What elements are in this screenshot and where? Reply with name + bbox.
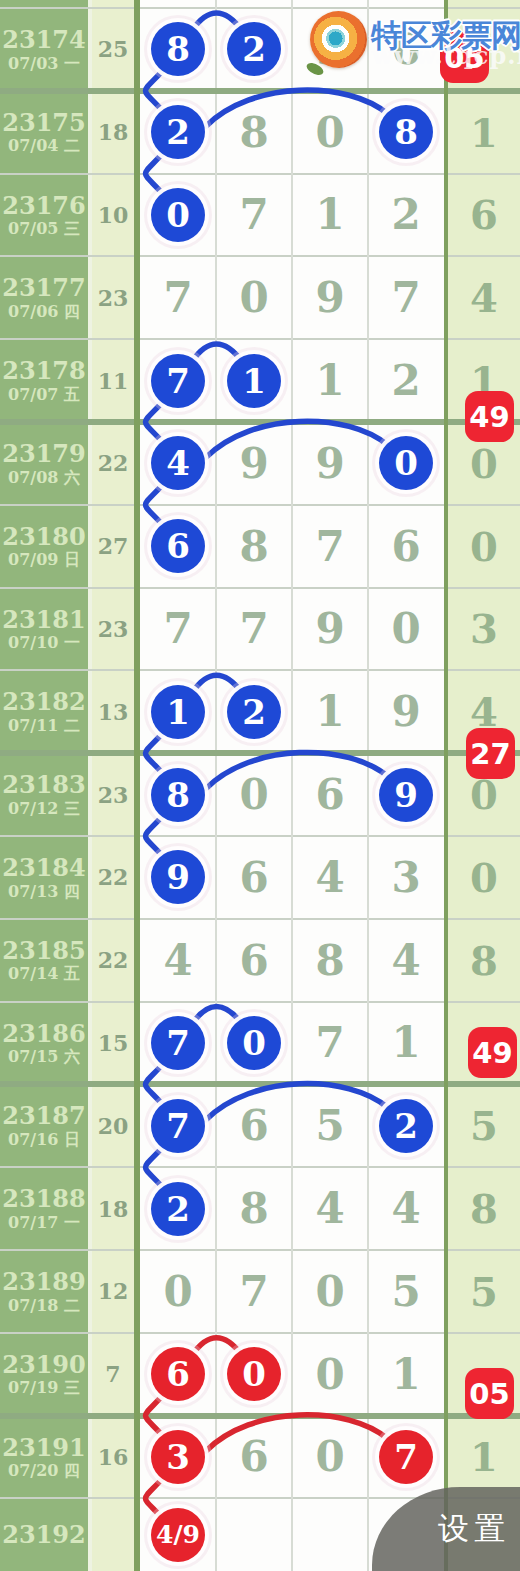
row-23182: 2318207/11 二1312194 (0, 670, 520, 753)
circled-digit: 2 (227, 685, 281, 739)
issue-cell: 2318007/09 日 (0, 505, 88, 588)
digit: 9 (315, 604, 344, 653)
digit: 4 (391, 936, 420, 985)
sum-cell: 15 (92, 1002, 134, 1085)
digit: 4 (163, 936, 192, 985)
digit-cell (216, 1498, 292, 1571)
issue-number: 23191 (2, 1434, 86, 1462)
issue-cell: 2317507/04 二 (0, 91, 88, 174)
digit: 6 (239, 1432, 268, 1481)
row-separator-line (0, 7, 520, 9)
digit-cell: 0 (292, 1416, 368, 1499)
digit: 1 (391, 1018, 420, 1067)
digit-cell: 6 (140, 1333, 216, 1416)
digit-cell: 6 (368, 505, 444, 588)
digit: 1 (315, 356, 344, 405)
digit-cell: 7 (140, 339, 216, 422)
sum-cell: 22 (92, 919, 134, 1002)
digit-cell: 8 (216, 505, 292, 588)
right-value-cell: 4 (448, 256, 520, 339)
digit: 4 (315, 853, 344, 902)
row-23177: 2317707/06 四2370974 (0, 256, 520, 339)
digit: 9 (315, 273, 344, 322)
digit-cell: 6 (140, 505, 216, 588)
right-value-cell: 5 (448, 1250, 520, 1333)
digit: 2 (391, 356, 420, 405)
draw-date: 07/14 五 (8, 964, 80, 983)
digit-cell: 2 (368, 1084, 444, 1167)
digit-cell: 7 (216, 1250, 292, 1333)
digit-cell: 3 (368, 836, 444, 919)
row-23188: 2318807/17 一1828448 (0, 1167, 520, 1250)
digit-cell: 7 (292, 1002, 368, 1085)
digit-cell: 7 (368, 1416, 444, 1499)
circled-digit: 1 (227, 354, 281, 408)
digit: 6 (239, 1101, 268, 1150)
digit-cell: 8 (140, 8, 216, 91)
draw-date: 07/12 三 (8, 799, 80, 818)
red-number-badge: 49 (465, 391, 514, 442)
digit: 4 (391, 1184, 420, 1233)
digit-cell: 8 (216, 1167, 292, 1250)
sum-cell: 23 (92, 256, 134, 339)
digit: 6 (391, 522, 420, 571)
circled-digit: 8 (151, 768, 205, 822)
digit: 7 (315, 522, 344, 571)
digit: 7 (163, 273, 192, 322)
issue-number: 23184 (2, 854, 86, 882)
group-separator-line (0, 88, 520, 94)
issue-cell: 2318107/10 一 (0, 588, 88, 671)
digit-cell: 2 (368, 174, 444, 257)
row-23186: 2318607/15 六157071 (0, 1002, 520, 1085)
digit: 7 (239, 190, 268, 239)
red-number-badge: 05 (440, 32, 489, 83)
digit-cell: 7 (140, 1084, 216, 1167)
circled-digit: 8 (379, 105, 433, 159)
digit-cell: 8 (292, 919, 368, 1002)
digit: 7 (239, 1267, 268, 1316)
draw-date: 07/19 三 (8, 1378, 80, 1397)
right-value-cell: 0 (448, 505, 520, 588)
digit: 7 (315, 1018, 344, 1067)
digit: 5 (391, 1267, 420, 1316)
group-separator-line (0, 1413, 520, 1419)
digit: 4 (315, 1184, 344, 1233)
draw-date: 07/13 四 (8, 882, 80, 901)
issue-number: 23190 (2, 1351, 86, 1379)
circled-digit: 0 (227, 1016, 281, 1070)
issue-number: 23179 (2, 440, 86, 468)
digit-cell: 9 (140, 836, 216, 919)
digit-cell: 9 (368, 670, 444, 753)
digit: 9 (239, 439, 268, 488)
digit-cell: 4 (368, 919, 444, 1002)
digit-cell: 0 (140, 174, 216, 257)
issue-cell: 2318907/18 二 (0, 1250, 88, 1333)
digit-cell: 0 (216, 1333, 292, 1416)
digit-cell: 6 (292, 753, 368, 836)
issue-cell: 2317407/03 一 (0, 8, 88, 91)
digit: 0 (391, 604, 420, 653)
grid-column-line (291, 0, 293, 1571)
right-value-cell: 1 (448, 91, 520, 174)
digit: 8 (239, 108, 268, 157)
red-number-badge: 05 (465, 1368, 514, 1419)
circled-digit: 4 (151, 436, 205, 490)
sum-cell: 22 (92, 422, 134, 505)
sum-cell: 16 (92, 1416, 134, 1499)
digit-cell: 7 (140, 588, 216, 671)
digit-cell: 7 (216, 588, 292, 671)
issue-cell: 2319007/19 三 (0, 1333, 88, 1416)
row-separator-line (0, 504, 520, 506)
row-separator-line (0, 1166, 520, 1168)
digit: 6 (391, 25, 420, 74)
issue-number: 23174 (2, 26, 86, 54)
issue-cell: 2318507/14 五 (0, 919, 88, 1002)
circled-digit: 6 (151, 519, 205, 573)
digit-cell: 2 (216, 8, 292, 91)
row-separator-line (0, 1249, 520, 1251)
row-23179: 2317907/08 六2249900 (0, 422, 520, 505)
digit-cell: 1 (368, 1002, 444, 1085)
sum-cell: 11 (92, 339, 134, 422)
row-23178: 2317807/07 五1171121 (0, 339, 520, 422)
digit: 9 (391, 687, 420, 736)
red-number-badge: 27 (466, 728, 515, 779)
row-separator-line (0, 255, 520, 257)
issue-cell: 2318207/11 二 (0, 670, 88, 753)
issue-cell: 2317707/06 四 (0, 256, 88, 339)
draw-date: 07/20 四 (8, 1461, 80, 1480)
issue-cell: 2318307/12 三 (0, 753, 88, 836)
digit-cell: 1 (292, 174, 368, 257)
right-value-cell: 5 (448, 1084, 520, 1167)
circled-digit: 7 (151, 1099, 205, 1153)
digit-cell: 3 (140, 1416, 216, 1499)
row-23175: 2317507/04 二1828081 (0, 91, 520, 174)
digit: 7 (239, 604, 268, 653)
draw-date: 07/06 四 (8, 302, 80, 321)
digit-cell: 4 (368, 1167, 444, 1250)
digit-cell: 0 (368, 422, 444, 505)
draw-date: 07/10 一 (8, 633, 80, 652)
digit: 7 (163, 604, 192, 653)
sum-cell: 18 (92, 1167, 134, 1250)
digit-cell: 9 (292, 8, 368, 91)
digit: 3 (391, 853, 420, 902)
right-value-cell: 0 (448, 836, 520, 919)
digit: 0 (315, 1432, 344, 1481)
digit: 0 (315, 108, 344, 157)
draw-date: 07/16 日 (8, 1130, 80, 1149)
digit: 8 (239, 522, 268, 571)
circled-digit: 4/9 (151, 1508, 205, 1562)
digit-cell: 9 (368, 753, 444, 836)
row-23184: 2318407/13 四2296430 (0, 836, 520, 919)
digit-cell: 0 (140, 1250, 216, 1333)
row-23181: 2318107/10 一2377903 (0, 588, 520, 671)
row-23189: 2318907/18 二1207055 (0, 1250, 520, 1333)
digit: 8 (239, 1184, 268, 1233)
row-separator-line (0, 918, 520, 920)
digit-cell: 6 (216, 836, 292, 919)
grid-left-border (134, 0, 140, 1571)
issue-number: 23176 (2, 192, 86, 220)
digit-cell: 2 (216, 670, 292, 753)
circled-digit: 2 (151, 1182, 205, 1236)
issue-number: 23185 (2, 937, 86, 965)
sum-cell: 23 (92, 588, 134, 671)
digit-cell: 7 (368, 256, 444, 339)
issue-number: 23181 (2, 606, 86, 634)
digit-cell: 2 (368, 339, 444, 422)
digit-cell (292, 1498, 368, 1571)
digit-cell: 4 (140, 919, 216, 1002)
right-value-cell: 6 (448, 174, 520, 257)
circled-digit: 0 (151, 188, 205, 242)
issue-number: 23186 (2, 1020, 86, 1048)
row-23176: 2317607/05 三1007126 (0, 174, 520, 257)
issue-number: 23178 (2, 357, 86, 385)
sum-cell: 25 (92, 8, 134, 91)
row-23185: 2318507/14 五2246848 (0, 919, 520, 1002)
issue-cell: 2317907/08 六 (0, 422, 88, 505)
digit-cell: 2 (140, 91, 216, 174)
digit: 7 (391, 273, 420, 322)
digit-cell: 4/9 (140, 1498, 216, 1571)
red-number-badge: 49 (468, 1027, 517, 1078)
issue-number: 23180 (2, 523, 86, 551)
issue-cell: 2317807/07 五 (0, 339, 88, 422)
digit: 1 (315, 687, 344, 736)
sum-cell: 18 (92, 91, 134, 174)
draw-date: 07/15 六 (8, 1047, 80, 1066)
digit-cell: 9 (292, 256, 368, 339)
row-23180: 2318007/09 日2768760 (0, 505, 520, 588)
sum-cell: 23 (92, 753, 134, 836)
digit-cell: 8 (368, 91, 444, 174)
sum-cell: 12 (92, 1250, 134, 1333)
draw-date: 07/05 三 (8, 219, 80, 238)
draw-date: 07/07 五 (8, 385, 80, 404)
grid-column-line (215, 0, 217, 1571)
row-separator-line (0, 1332, 520, 1334)
digit-cell: 9 (292, 422, 368, 505)
circled-digit: 6 (151, 1347, 205, 1401)
issue-number: 23192 (2, 1521, 86, 1549)
digit-cell: 5 (368, 1250, 444, 1333)
row-separator-line (0, 835, 520, 837)
digit-cell: 5 (292, 1084, 368, 1167)
digit: 0 (315, 1350, 344, 1399)
issue-cell: 23192 (0, 1498, 88, 1571)
digit: 6 (315, 770, 344, 819)
row-23191: 2319107/20 四1636071 (0, 1416, 520, 1499)
digit: 9 (315, 439, 344, 488)
circled-digit: 1 (151, 685, 205, 739)
row-23190: 2319007/19 三76001 (0, 1333, 520, 1416)
digit: 2 (391, 190, 420, 239)
digit-cell: 6 (216, 1084, 292, 1167)
draw-date: 07/18 二 (8, 1296, 80, 1315)
digit: 9 (315, 25, 344, 74)
row-separator-line (0, 669, 520, 671)
issue-cell: 2318707/16 日 (0, 1084, 88, 1167)
circled-digit: 8 (151, 22, 205, 76)
digit-cell: 6 (216, 1416, 292, 1499)
digit: 0 (163, 1267, 192, 1316)
digit: 0 (239, 770, 268, 819)
issue-number: 23182 (2, 688, 86, 716)
digit-cell: 0 (368, 588, 444, 671)
right-value-cell: 8 (448, 1167, 520, 1250)
circled-digit: 2 (151, 105, 205, 159)
digit-cell: 0 (216, 256, 292, 339)
digit: 1 (391, 1350, 420, 1399)
digit-cell: 4 (292, 1167, 368, 1250)
circled-digit: 3 (151, 1430, 205, 1484)
group-separator-line (0, 750, 520, 756)
digit-cell: 9 (292, 588, 368, 671)
digit-cell: 7 (140, 1002, 216, 1085)
circled-digit: 2 (379, 1099, 433, 1153)
digit-cell: 1 (292, 339, 368, 422)
draw-date: 07/11 二 (8, 716, 80, 735)
issue-number: 23189 (2, 1268, 86, 1296)
row-separator-line (0, 173, 520, 175)
digit-cell: 0 (216, 1002, 292, 1085)
sum-cell: 13 (92, 670, 134, 753)
sum-cell: 20 (92, 1084, 134, 1167)
digit-cell: 6 (216, 919, 292, 1002)
digit-cell: 1 (368, 1333, 444, 1416)
circled-digit: 7 (151, 1016, 205, 1070)
sum-cell: 27 (92, 505, 134, 588)
group-separator-line (0, 1081, 520, 1087)
sum-cell (92, 1498, 134, 1571)
digit-cell: 7 (292, 505, 368, 588)
sum-cell: 22 (92, 836, 134, 919)
digit: 1 (315, 190, 344, 239)
draw-date: 07/04 二 (8, 136, 80, 155)
issue-cell: 2317607/05 三 (0, 174, 88, 257)
circled-digit: 9 (379, 768, 433, 822)
issue-cell: 2319107/20 四 (0, 1416, 88, 1499)
issue-cell: 2318407/13 四 (0, 836, 88, 919)
row-23187: 2318707/16 日2076525 (0, 1084, 520, 1167)
circled-digit: 2 (227, 22, 281, 76)
digit-cell: 4 (292, 836, 368, 919)
digit-cell: 9 (216, 422, 292, 505)
digit-cell: 7 (216, 174, 292, 257)
right-value-cell: 1 (448, 1416, 520, 1499)
digit-cell: 0 (216, 753, 292, 836)
circled-digit: 0 (227, 1347, 281, 1401)
circled-digit: 0 (379, 436, 433, 490)
draw-date: 07/03 一 (8, 54, 80, 73)
digit: 0 (239, 273, 268, 322)
issue-cell: 2318607/15 六 (0, 1002, 88, 1085)
digit-cell: 1 (140, 670, 216, 753)
draw-date: 07/08 六 (8, 468, 80, 487)
lottery-trend-chart: 2317407/03 一2582962317507/04 二1828081231… (0, 0, 520, 1571)
row-separator-line (0, 587, 520, 589)
digit: 6 (239, 853, 268, 902)
row-23183: 2318307/12 三2380690 (0, 753, 520, 836)
digit-cell: 8 (216, 91, 292, 174)
issue-number: 23177 (2, 274, 86, 302)
digit-cell: 4 (140, 422, 216, 505)
draw-date: 07/09 日 (8, 550, 80, 569)
row-separator-line (0, 338, 520, 340)
sum-cell: 7 (92, 1333, 134, 1416)
grid-right-border (444, 0, 448, 1571)
digit-cell: 1 (216, 339, 292, 422)
circled-digit: 7 (379, 1430, 433, 1484)
digit: 5 (315, 1101, 344, 1150)
digit-cell: 2 (140, 1167, 216, 1250)
issue-number: 23188 (2, 1185, 86, 1213)
digit-cell: 0 (292, 91, 368, 174)
issue-cell: 2318807/17 一 (0, 1167, 88, 1250)
digit-cell: 0 (292, 1250, 368, 1333)
digit-cell: 7 (140, 256, 216, 339)
digit-cell: 1 (292, 670, 368, 753)
digit: 8 (315, 936, 344, 985)
issue-number: 23187 (2, 1102, 86, 1130)
digit: 0 (315, 1267, 344, 1316)
draw-date: 07/17 一 (8, 1213, 80, 1232)
digit-cell: 6 (368, 8, 444, 91)
right-value-cell: 8 (448, 919, 520, 1002)
digit: 6 (239, 936, 268, 985)
circled-digit: 9 (151, 850, 205, 904)
group-separator-line (0, 419, 520, 425)
grid-column-line (367, 0, 369, 1571)
sum-cell: 10 (92, 174, 134, 257)
digit-cell: 8 (140, 753, 216, 836)
right-value-cell: 3 (448, 588, 520, 671)
issue-number: 23175 (2, 109, 86, 137)
digit-cell: 0 (292, 1333, 368, 1416)
issue-number: 23183 (2, 771, 86, 799)
row-separator-line (0, 1001, 520, 1003)
circled-digit: 7 (151, 354, 205, 408)
